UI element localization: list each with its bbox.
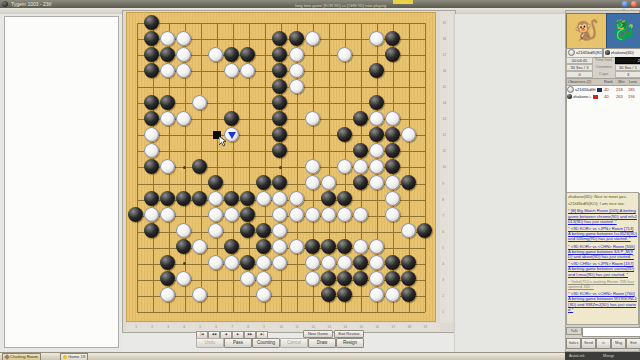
- pass-button[interactable]: Pass: [224, 338, 252, 348]
- white-stone: [337, 255, 352, 270]
- white-stone-icon: [568, 49, 575, 56]
- white-stone: [176, 271, 191, 286]
- row-label: 16: [442, 69, 446, 73]
- black-stone: [321, 271, 336, 286]
- white-stone: [385, 111, 400, 126]
- new-game-button[interactable]: New Game: [303, 330, 333, 338]
- caps-label: Caps: [593, 71, 614, 76]
- undo-button: Undo: [196, 338, 224, 348]
- row-label: 19: [442, 21, 446, 25]
- chat-log[interactable]: zhakone(6D): Nice to meet you.s21f45kdf5…: [566, 192, 639, 325]
- white-stone: [272, 223, 287, 238]
- column-coordinates: 12345678910111213141516171819: [126, 323, 440, 331]
- row-label: 12: [442, 133, 446, 137]
- chat-button-italics[interactable]: Italics: [566, 338, 581, 349]
- star-point: [279, 166, 282, 169]
- white-stone: [160, 31, 175, 46]
- white-stone: [369, 175, 384, 190]
- white-stone: [321, 207, 336, 222]
- black-stone: [256, 239, 271, 254]
- white-stone: [337, 207, 352, 222]
- white-stone: [176, 31, 191, 46]
- black-stone-icon: [567, 94, 572, 99]
- white-stone: [385, 175, 400, 190]
- app-icon: [2, 1, 8, 7]
- goban[interactable]: [126, 12, 436, 322]
- column-label: 5: [199, 325, 201, 329]
- white-time: 00:04:45: [566, 57, 593, 64]
- row-label: 6: [442, 229, 444, 233]
- black-stone: [272, 79, 287, 94]
- observer-name: zhakone: [573, 94, 588, 99]
- black-stone: [144, 47, 159, 62]
- tab-game[interactable]: Game 19: [60, 353, 88, 360]
- row-label: 18: [442, 37, 446, 41]
- observer-win: 263: [616, 93, 623, 100]
- row-label: 2: [442, 293, 444, 297]
- black-stone: [272, 47, 287, 62]
- status-item[interactable]: Msngr: [603, 352, 614, 360]
- chat-message: s21f45kdf5(KO): I am nice too.: [568, 201, 637, 206]
- white-stone: [353, 159, 368, 174]
- black-stone: [401, 271, 416, 286]
- column-label: 17: [392, 325, 396, 329]
- column-label: 15: [360, 325, 364, 329]
- white-stone: [208, 207, 223, 222]
- row-label: 11: [442, 149, 445, 153]
- white-stone: [256, 271, 271, 286]
- chat-button-exit[interactable]: Exit: [626, 338, 640, 349]
- white-stone: [385, 287, 400, 302]
- white-stone: [385, 207, 400, 222]
- black-stone: [144, 15, 159, 30]
- chat-button-msg[interactable]: Msg: [611, 338, 626, 349]
- time-label: Time limit: [593, 57, 614, 62]
- black-stone: [337, 287, 352, 302]
- white-stone: [305, 175, 320, 190]
- left-blank-list: [4, 16, 119, 348]
- chat-message: * <9D CHN> vs <JPN> Room [157] A betting…: [568, 261, 637, 277]
- star-point: [183, 166, 186, 169]
- black-stone: [353, 143, 368, 158]
- column-label: 10: [279, 325, 283, 329]
- black-stone: [192, 191, 207, 206]
- row-label: 4: [442, 261, 444, 265]
- white-stone: [176, 47, 191, 62]
- column-label: 18: [408, 325, 412, 329]
- column-label: 6: [215, 325, 217, 329]
- chat-input-row: Talk: [566, 327, 639, 335]
- observer-rank: 4D: [604, 86, 609, 93]
- white-stone: [369, 159, 384, 174]
- white-stone: [192, 239, 207, 254]
- row-label: 8: [442, 197, 444, 201]
- white-stone: [224, 63, 239, 78]
- white-stone: [176, 111, 191, 126]
- tab-chatting-room[interactable]: Chatting Room: [2, 353, 41, 360]
- black-stone: [321, 287, 336, 302]
- draw-button[interactable]: Draw: [308, 338, 336, 348]
- white-stone: [160, 207, 175, 222]
- black-stone: [160, 191, 175, 206]
- black-stone: [144, 63, 159, 78]
- black-stone: [128, 207, 143, 222]
- black-stone: [385, 31, 400, 46]
- observer-badge: ♨: [588, 94, 592, 99]
- counting-button[interactable]: Counting: [252, 338, 280, 348]
- black-stone: [353, 175, 368, 190]
- white-stone: [208, 191, 223, 206]
- white-stone: [369, 111, 384, 126]
- black-overtime: 30 Sec / 1: [615, 64, 640, 71]
- black-stone: [321, 239, 336, 254]
- black-stone: [240, 255, 255, 270]
- white-stone: [369, 271, 384, 286]
- black-stone: [224, 239, 239, 254]
- black-stone: [192, 159, 207, 174]
- middle-empty-area: [454, 14, 566, 352]
- title-bar: Tygem 1003 - 23tf long time game [KOR 9D…: [0, 0, 640, 8]
- black-stone: [353, 271, 368, 286]
- column-label: 11: [295, 325, 298, 329]
- chat-message: * <9D KOR> vs <CHN> Room [760] A betting…: [568, 291, 637, 312]
- column-label: 3: [167, 325, 169, 329]
- close-button[interactable]: [631, 1, 637, 7]
- black-stone: [272, 63, 287, 78]
- row-label: 17: [442, 53, 446, 57]
- white-stone: [353, 239, 368, 254]
- black-stone: [144, 31, 159, 46]
- white-stone: [160, 159, 175, 174]
- cancel-button: Cancel: [280, 338, 308, 348]
- row-label: 13: [442, 117, 446, 121]
- column-label: 13: [328, 325, 332, 329]
- white-stone: [305, 111, 320, 126]
- black-stone: [240, 191, 255, 206]
- white-stone: [256, 287, 271, 302]
- white-stone: [385, 191, 400, 206]
- chat-message: ~ 5ekd(7D)'s waiting Room 705 has opened…: [568, 279, 637, 289]
- black-stone: [337, 191, 352, 206]
- white-stone: [305, 255, 320, 270]
- black-stone: [176, 239, 191, 254]
- black-stone: [240, 207, 255, 222]
- white-stone: [144, 207, 159, 222]
- white-stone: [144, 143, 159, 158]
- white-stone: [305, 271, 320, 286]
- observer-loss: 185: [628, 86, 635, 93]
- row-label: 10: [442, 165, 446, 169]
- flag-icon: [593, 95, 598, 99]
- black-caps: 3: [615, 71, 640, 78]
- chat-message: zhakone(6D): Nice to meet you.: [568, 194, 637, 199]
- white-stone: [192, 287, 207, 302]
- chat-message: * <9D KOR> vs <CHN> Room [555] A betting…: [568, 244, 637, 260]
- black-stone: [144, 223, 159, 238]
- black-stone: [305, 239, 320, 254]
- white-stone: [240, 271, 255, 286]
- white-stone: [224, 207, 239, 222]
- white-stone: [208, 223, 223, 238]
- exit-review-button[interactable]: Exit Review: [334, 330, 364, 338]
- board-frame: 19181716151413121110987654321 1234567891…: [122, 10, 456, 333]
- column-label: 4: [183, 325, 185, 329]
- white-stone: [208, 255, 223, 270]
- black-stone-icon: [605, 50, 610, 55]
- black-stone: [353, 111, 368, 126]
- white-stone: [176, 223, 191, 238]
- black-stone: [401, 287, 416, 302]
- status-strip: AutoLinkMsngr: [565, 352, 640, 360]
- white-stone: [353, 207, 368, 222]
- row-label: 7: [442, 213, 444, 217]
- black-stone: [240, 223, 255, 238]
- resign-button[interactable]: Resign: [336, 338, 364, 348]
- black-stone: [224, 191, 239, 206]
- black-stone: [401, 175, 416, 190]
- white-stone: [401, 127, 416, 142]
- black-stone: [321, 191, 336, 206]
- chat-input[interactable]: [582, 327, 640, 337]
- black-stone: [272, 175, 287, 190]
- white-stone: [160, 287, 175, 302]
- bottom-tab-bar: Chatting Room Game 19: [0, 352, 565, 360]
- white-stone: [369, 239, 384, 254]
- black-stone: [160, 95, 175, 110]
- black-stone: [289, 31, 304, 46]
- white-player-avatar: 🐒: [566, 13, 607, 49]
- black-stone: [224, 47, 239, 62]
- observer-rank: 4D: [604, 93, 609, 100]
- black-stone: [337, 271, 352, 286]
- black-stone: [144, 159, 159, 174]
- flag-icon: [597, 88, 602, 92]
- black-stone: [272, 95, 287, 110]
- overtime-label: Overtime: [593, 64, 614, 69]
- black-stone: [385, 47, 400, 62]
- black-stone: [353, 255, 368, 270]
- last-move-marker: [228, 132, 236, 139]
- grid-line-h: [137, 312, 426, 313]
- row-label: 1: [442, 309, 444, 313]
- white-stone: [256, 255, 271, 270]
- column-label: 14: [344, 325, 348, 329]
- white-stone: [192, 95, 207, 110]
- column-label: 2: [151, 325, 153, 329]
- white-overtime: 30 Sec / 3: [566, 64, 593, 71]
- black-stone: [337, 127, 352, 142]
- black-stone: [385, 143, 400, 158]
- black-stone: [224, 111, 239, 126]
- white-stone: [272, 207, 287, 222]
- black-stone: [160, 47, 175, 62]
- observer-list: [566, 85, 640, 194]
- chat-target-label[interactable]: Talk: [566, 327, 582, 335]
- black-stone: [385, 159, 400, 174]
- white-stone: [337, 47, 352, 62]
- column-label: 19: [424, 325, 428, 329]
- white-stone: [305, 207, 320, 222]
- black-stone: [417, 223, 432, 238]
- white-stone: [160, 63, 175, 78]
- white-stone: [369, 143, 384, 158]
- black-stone: [401, 255, 416, 270]
- column-label: 16: [376, 325, 380, 329]
- white-stone: [176, 63, 191, 78]
- black-stone: [176, 191, 191, 206]
- black-stone: [272, 111, 287, 126]
- column-label: 12: [311, 325, 315, 329]
- chat-message: * [B] Big Match Room [005] A betting gam…: [568, 208, 637, 224]
- black-stone: [208, 175, 223, 190]
- mouse-cursor-icon: [219, 136, 227, 147]
- row-label: 14: [442, 101, 446, 105]
- white-stone: [289, 239, 304, 254]
- white-stone: [272, 239, 287, 254]
- white-stone: [224, 255, 239, 270]
- minimize-button[interactable]: [622, 1, 628, 7]
- white-stone: [321, 255, 336, 270]
- observer-loss: 196: [628, 93, 635, 100]
- row-label: 5: [442, 245, 444, 249]
- white-stone: [289, 63, 304, 78]
- black-stone: [160, 255, 175, 270]
- white-stone: [369, 31, 384, 46]
- game-icon: [63, 355, 67, 359]
- white-stone: [369, 255, 384, 270]
- observer-row[interactable]: zhakone♨4D263196: [566, 93, 639, 100]
- white-stone: [321, 175, 336, 190]
- black-stone: [337, 239, 352, 254]
- black-stone: [160, 271, 175, 286]
- black-stone: [369, 127, 384, 142]
- black-stone: [256, 175, 271, 190]
- diamond-icon: [4, 354, 10, 360]
- black-stone: [144, 111, 159, 126]
- window-title: Tygem 1003 - 23tf: [11, 0, 51, 8]
- black-stone: [272, 31, 287, 46]
- observer-win: 218: [616, 86, 623, 93]
- black-stone: [369, 95, 384, 110]
- row-label: 3: [442, 277, 444, 281]
- row-coordinates: 19181716151413121110987654321: [440, 11, 453, 323]
- star-point: [183, 262, 186, 265]
- column-label: 1: [135, 325, 137, 329]
- caps-row: 0 Caps 3: [566, 71, 639, 78]
- white-stone: [369, 287, 384, 302]
- white-stone: [289, 47, 304, 62]
- white-stone: [256, 191, 271, 206]
- status-item[interactable]: AutoLink: [569, 352, 585, 360]
- black-stone: [272, 127, 287, 142]
- white-stone: [240, 63, 255, 78]
- time-row: 00:04:45 Time limit 2: [566, 57, 639, 64]
- chat-message: * <9D KOR> vs <JPN> Room [713] A betting…: [568, 226, 637, 242]
- white-stone: [289, 79, 304, 94]
- black-stone: [144, 191, 159, 206]
- chat-button-send[interactable]: Send: [581, 338, 596, 349]
- black-time-bar: 2: [615, 57, 640, 64]
- observer-name: s21f45kdf: [575, 87, 592, 92]
- chat-button-smiley[interactable]: ☺: [596, 338, 611, 349]
- white-stone: [272, 191, 287, 206]
- black-stone: [256, 223, 271, 238]
- black-stone: [385, 127, 400, 142]
- black-stone: [144, 95, 159, 110]
- white-stone: [401, 223, 416, 238]
- white-stone: [289, 191, 304, 206]
- white-stone: [305, 31, 320, 46]
- white-stone: [305, 159, 320, 174]
- black-player-avatar: 🐉: [606, 13, 640, 49]
- grid-line-v: [425, 23, 426, 312]
- white-stone: [160, 111, 175, 126]
- white-stone: [272, 255, 287, 270]
- overtime-row: 30 Sec / 3 Overtime 30 Sec / 1: [566, 64, 639, 71]
- white-stone: [144, 127, 159, 142]
- white-stone: [208, 47, 223, 62]
- column-label: 9: [263, 325, 265, 329]
- black-stone: [385, 255, 400, 270]
- black-stone: [385, 271, 400, 286]
- column-label: 7: [231, 325, 233, 329]
- black-stone: [240, 47, 255, 62]
- white-caps: 0: [566, 71, 593, 78]
- row-label: 9: [442, 181, 444, 185]
- row-label: 15: [442, 85, 446, 89]
- black-stone: [272, 143, 287, 158]
- column-label: 8: [247, 325, 249, 329]
- observer-row[interactable]: s21f45kdf⊞4D218185: [566, 86, 639, 93]
- white-stone: [337, 159, 352, 174]
- ticker-highlight: [393, 0, 413, 4]
- observer-badge: ⊞: [592, 87, 595, 92]
- black-stone: [369, 63, 384, 78]
- white-stone: [289, 207, 304, 222]
